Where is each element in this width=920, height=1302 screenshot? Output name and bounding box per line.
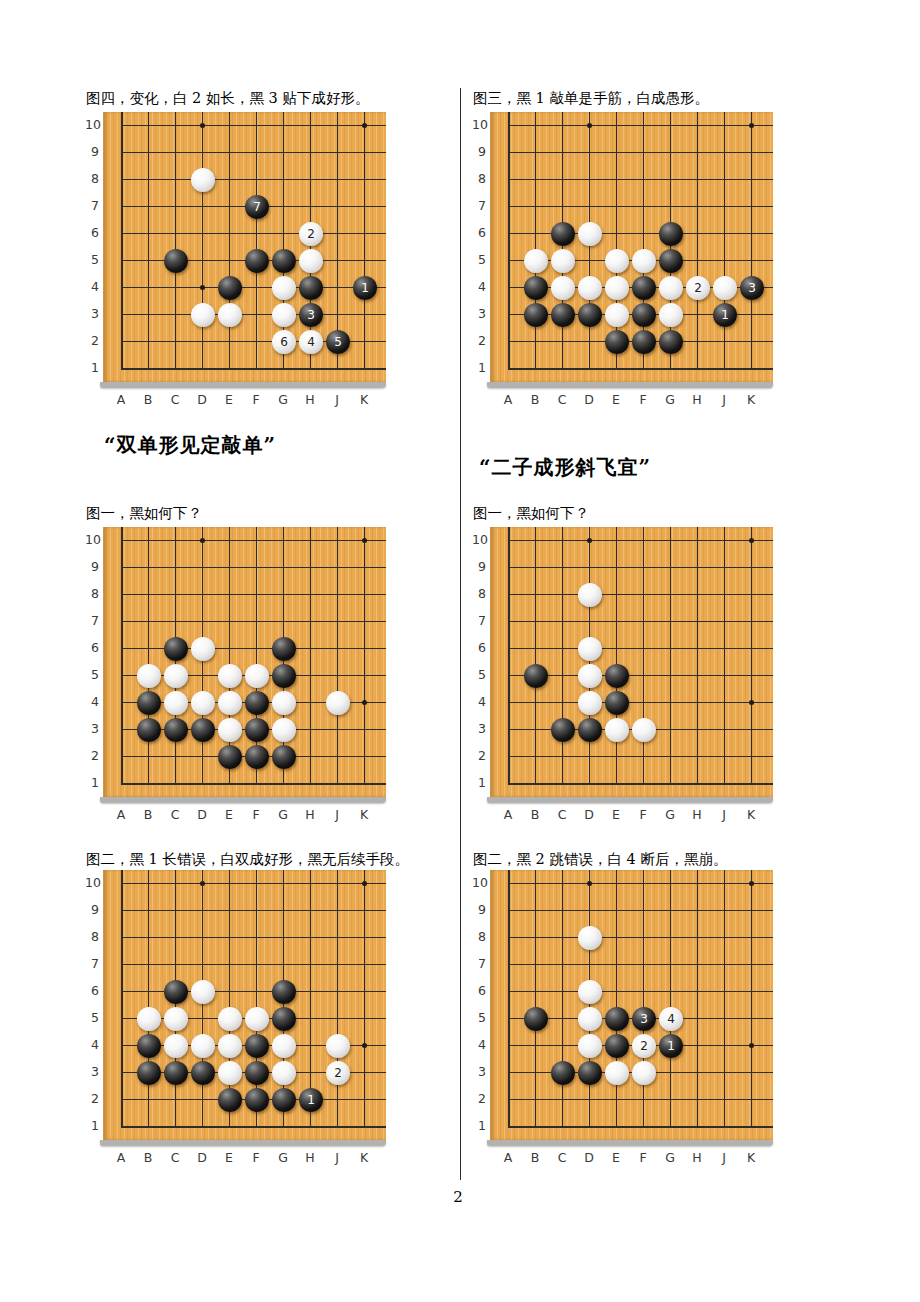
black-stone — [659, 249, 683, 273]
col-label: H — [302, 807, 318, 822]
col-label: D — [194, 807, 210, 822]
col-label: H — [689, 807, 705, 822]
grid-line — [508, 152, 773, 153]
white-stone — [659, 303, 683, 327]
col-label: D — [581, 392, 597, 407]
row-label: 5 — [472, 667, 486, 683]
white-stone — [164, 1034, 188, 1058]
grid-line — [508, 870, 510, 1128]
row-label: 10 — [85, 532, 99, 548]
col-labels: ABCDEFGHJK — [472, 1150, 773, 1168]
row-label: 2 — [85, 1091, 99, 1107]
white-stone — [632, 249, 656, 273]
grid-line — [643, 870, 644, 1128]
col-label: B — [527, 392, 543, 407]
grid-line — [562, 870, 563, 1128]
col-label: J — [329, 392, 345, 407]
white-stone — [713, 276, 737, 300]
white-stone — [578, 980, 602, 1004]
col-label: F — [635, 807, 651, 822]
black-stone — [272, 745, 296, 769]
grid-line — [121, 594, 386, 595]
white-stone — [524, 249, 548, 273]
grid-line — [148, 870, 149, 1128]
figure-caption-top-left: 图四，变化，白 2 如长，黑 3 贴下成好形。 — [86, 89, 369, 108]
white-stone — [578, 1034, 602, 1058]
white-stone — [137, 1007, 161, 1031]
col-label: E — [221, 807, 237, 822]
black-stone — [605, 664, 629, 688]
stone-move-number: 2 — [307, 228, 315, 240]
grid-line — [508, 648, 773, 649]
col-label: E — [608, 1150, 624, 1165]
grid-line — [562, 527, 563, 785]
grid-line — [508, 206, 773, 207]
black-stone — [245, 1061, 269, 1085]
row-label: 1 — [85, 775, 99, 791]
white-stone: 2 — [686, 276, 710, 300]
grid-line — [202, 112, 203, 370]
black-stone — [272, 249, 296, 273]
black-stone — [272, 664, 296, 688]
star-point — [587, 123, 592, 128]
col-label: B — [140, 1150, 156, 1165]
white-stone — [578, 926, 602, 950]
row-label: 4 — [85, 1037, 99, 1053]
col-label: G — [275, 1150, 291, 1165]
star-point — [200, 123, 205, 128]
white-stone — [605, 1061, 629, 1085]
row-label: 8 — [85, 171, 99, 187]
star-point — [749, 700, 754, 705]
star-point — [587, 881, 592, 886]
row-labels: 10987654321 — [472, 527, 486, 797]
go-board-middle-left: 10987654321ABCDEFGHJK — [85, 527, 386, 825]
figure-caption-top-right: 图三，黑 1 敲单是手筋，白成愚形。 — [473, 89, 709, 108]
stone-move-number: 2 — [334, 1067, 342, 1079]
row-label: 2 — [85, 748, 99, 764]
section-header-right: “二子成形斜飞宜” — [479, 454, 651, 481]
stone-move-number: 3 — [307, 309, 315, 321]
black-stone — [137, 1034, 161, 1058]
stone-move-number: 7 — [253, 201, 261, 213]
white-stone: 2 — [299, 222, 323, 246]
black-stone — [605, 1034, 629, 1058]
row-labels: 10987654321 — [85, 870, 99, 1140]
col-label: G — [275, 392, 291, 407]
star-point — [749, 123, 754, 128]
grid-line — [697, 527, 698, 785]
row-label: 6 — [472, 983, 486, 999]
grid-line — [121, 112, 123, 370]
white-stone — [551, 249, 575, 273]
col-label: A — [113, 807, 129, 822]
stone-move-number: 1 — [361, 282, 369, 294]
grid-line — [508, 1126, 773, 1128]
white-stone — [605, 718, 629, 742]
col-label: A — [113, 1150, 129, 1165]
white-stone: 2 — [632, 1034, 656, 1058]
black-stone — [191, 1061, 215, 1085]
black-stone — [137, 1061, 161, 1085]
white-stone — [578, 583, 602, 607]
black-stone — [164, 980, 188, 1004]
black-stone — [632, 303, 656, 327]
black-stone: 3 — [740, 276, 764, 300]
col-label: F — [635, 1150, 651, 1165]
row-label: 4 — [472, 694, 486, 710]
grid-line — [508, 991, 773, 992]
white-stone — [326, 1034, 350, 1058]
row-label: 5 — [85, 1010, 99, 1026]
white-stone — [191, 303, 215, 327]
col-label: G — [662, 1150, 678, 1165]
row-label: 8 — [472, 929, 486, 945]
white-stone — [218, 664, 242, 688]
black-stone — [605, 330, 629, 354]
col-label: C — [554, 807, 570, 822]
grid-line — [508, 910, 773, 911]
star-point — [749, 881, 754, 886]
white-stone — [272, 276, 296, 300]
white-stone — [272, 691, 296, 715]
grid-line — [256, 112, 257, 370]
board-wood: 231 — [490, 112, 773, 382]
grid-line — [121, 910, 386, 911]
col-label: D — [581, 807, 597, 822]
white-stone — [245, 1007, 269, 1031]
stone-move-number: 5 — [334, 336, 342, 348]
row-label: 3 — [472, 1064, 486, 1080]
grid-line — [337, 870, 338, 1128]
col-label: C — [554, 1150, 570, 1165]
stone-move-number: 4 — [667, 1013, 675, 1025]
black-stone — [245, 1034, 269, 1058]
grid-line — [121, 648, 386, 649]
grid-line — [697, 870, 698, 1128]
black-stone: 1 — [299, 1088, 323, 1112]
row-label: 10 — [85, 117, 99, 133]
row-label: 7 — [472, 956, 486, 972]
col-label: E — [608, 392, 624, 407]
figure-caption-middle-left: 图一，黑如何下？ — [86, 504, 202, 523]
black-stone — [272, 980, 296, 1004]
black-stone — [218, 745, 242, 769]
col-label: H — [689, 392, 705, 407]
row-label: 8 — [85, 586, 99, 602]
col-label: J — [716, 392, 732, 407]
row-label: 4 — [85, 279, 99, 295]
star-point — [200, 538, 205, 543]
grid-line — [121, 233, 386, 234]
row-label: 5 — [85, 667, 99, 683]
row-label: 2 — [472, 333, 486, 349]
row-label: 4 — [472, 279, 486, 295]
white-stone — [578, 637, 602, 661]
grid-line — [508, 883, 773, 884]
black-stone — [245, 1088, 269, 1112]
grid-line — [364, 112, 365, 370]
grid-line — [670, 527, 671, 785]
row-label: 7 — [472, 613, 486, 629]
col-label: C — [554, 392, 570, 407]
black-stone — [551, 303, 575, 327]
row-label: 2 — [85, 333, 99, 349]
grid-line — [121, 125, 386, 126]
col-label: D — [194, 1150, 210, 1165]
white-stone — [191, 1034, 215, 1058]
row-label: 1 — [85, 360, 99, 376]
grid-line — [121, 287, 386, 288]
document-page: 图四，变化，白 2 如长，黑 3 贴下成好形。 图三，黑 1 敲单是手筋，白成愚… — [0, 0, 920, 1302]
stone-move-number: 6 — [280, 336, 288, 348]
star-point — [749, 538, 754, 543]
board-wood — [490, 527, 773, 797]
black-stone: 5 — [326, 330, 350, 354]
col-label: C — [167, 1150, 183, 1165]
black-stone — [245, 691, 269, 715]
col-label: F — [248, 807, 264, 822]
white-stone — [218, 718, 242, 742]
go-board-top-left: 109876543212647135ABCDEFGHJK — [85, 112, 386, 410]
col-labels: ABCDEFGHJK — [472, 392, 773, 410]
grid-line — [121, 1126, 386, 1128]
grid-line — [643, 527, 644, 785]
black-stone — [632, 276, 656, 300]
row-label: 5 — [472, 1010, 486, 1026]
grid-line — [121, 870, 123, 1128]
white-stone: 4 — [299, 330, 323, 354]
white-stone — [551, 276, 575, 300]
figure-caption-bottom-right: 图二，黑 2 跳错误，白 4 断后，黑崩。 — [473, 850, 727, 869]
grid-line — [508, 937, 773, 938]
black-stone: 1 — [713, 303, 737, 327]
white-stone — [218, 691, 242, 715]
row-label: 3 — [85, 306, 99, 322]
col-label: C — [167, 807, 183, 822]
black-stone — [137, 691, 161, 715]
row-label: 6 — [85, 225, 99, 241]
black-stone — [191, 718, 215, 742]
stone-move-number: 4 — [307, 336, 315, 348]
grid-line — [751, 527, 752, 785]
grid-line — [337, 527, 338, 785]
white-stone — [164, 664, 188, 688]
col-label: H — [689, 1150, 705, 1165]
black-stone — [551, 1061, 575, 1085]
grid-line — [751, 112, 752, 370]
row-label: 3 — [472, 306, 486, 322]
col-label: D — [194, 392, 210, 407]
row-label: 9 — [85, 144, 99, 160]
page-number: 2 — [448, 1188, 468, 1206]
grid-line — [310, 527, 311, 785]
col-labels: ABCDEFGHJK — [85, 807, 386, 825]
white-stone — [578, 691, 602, 715]
row-label: 4 — [85, 694, 99, 710]
row-label: 8 — [472, 586, 486, 602]
row-label: 4 — [472, 1037, 486, 1053]
white-stone — [137, 664, 161, 688]
white-stone — [326, 691, 350, 715]
stone-move-number: 2 — [640, 1040, 648, 1052]
grid-line — [508, 783, 773, 785]
row-label: 7 — [472, 198, 486, 214]
row-label: 9 — [472, 559, 486, 575]
white-stone — [218, 1007, 242, 1031]
white-stone — [272, 718, 296, 742]
star-point — [749, 1043, 754, 1048]
col-labels: ABCDEFGHJK — [85, 392, 386, 410]
stone-move-number: 1 — [721, 309, 729, 321]
board-wood: 21 — [103, 870, 386, 1140]
figure-caption-bottom-left: 图二，黑 1 长错误，白双成好形，黑无后续手段。 — [86, 850, 409, 869]
col-label: H — [302, 1150, 318, 1165]
black-stone — [218, 276, 242, 300]
black-stone — [272, 1007, 296, 1031]
go-board-top-right: 10987654321231ABCDEFGHJK — [472, 112, 773, 410]
black-stone — [137, 718, 161, 742]
black-stone — [578, 303, 602, 327]
black-stone — [551, 718, 575, 742]
grid-line — [724, 112, 725, 370]
col-label: J — [329, 1150, 345, 1165]
black-stone: 7 — [245, 195, 269, 219]
white-stone — [578, 664, 602, 688]
white-stone — [578, 1007, 602, 1031]
white-stone — [605, 249, 629, 273]
white-stone: 6 — [272, 330, 296, 354]
board-wood: 4231 — [490, 870, 773, 1140]
grid-line — [508, 702, 773, 703]
grid-line — [121, 368, 386, 370]
row-label: 9 — [85, 902, 99, 918]
col-label: J — [716, 807, 732, 822]
grid-line — [616, 527, 617, 785]
go-board-bottom-right: 109876543214231ABCDEFGHJK — [472, 870, 773, 1168]
grid-line — [121, 179, 386, 180]
grid-line — [508, 1099, 773, 1100]
row-labels: 10987654321 — [472, 870, 486, 1140]
grid-line — [121, 937, 386, 938]
col-label: C — [167, 392, 183, 407]
stone-move-number: 3 — [748, 282, 756, 294]
grid-line — [508, 756, 773, 757]
grid-line — [508, 233, 773, 234]
white-stone — [272, 1034, 296, 1058]
black-stone: 1 — [659, 1034, 683, 1058]
col-label: K — [743, 1150, 759, 1165]
row-label: 1 — [472, 360, 486, 376]
white-stone — [218, 1061, 242, 1085]
row-label: 6 — [472, 225, 486, 241]
grid-line — [364, 870, 365, 1128]
black-stone — [164, 249, 188, 273]
grid-line — [121, 567, 386, 568]
col-label: F — [635, 392, 651, 407]
black-stone — [245, 745, 269, 769]
black-stone: 1 — [353, 276, 377, 300]
black-stone — [272, 1088, 296, 1112]
col-labels: ABCDEFGHJK — [85, 1150, 386, 1168]
white-stone — [218, 303, 242, 327]
grid-line — [508, 621, 773, 622]
col-label: E — [221, 1150, 237, 1165]
grid-line — [508, 179, 773, 180]
black-stone — [659, 330, 683, 354]
star-point — [587, 538, 592, 543]
col-label: B — [527, 807, 543, 822]
row-label: 2 — [472, 748, 486, 764]
row-label: 2 — [472, 1091, 486, 1107]
white-stone: 4 — [659, 1007, 683, 1031]
row-label: 10 — [472, 117, 486, 133]
white-stone — [299, 249, 323, 273]
col-label: J — [716, 1150, 732, 1165]
col-label: E — [608, 807, 624, 822]
row-label: 6 — [85, 640, 99, 656]
go-board-bottom-left: 1098765432121ABCDEFGHJK — [85, 870, 386, 1168]
row-label: 9 — [472, 902, 486, 918]
stone-move-number: 1 — [667, 1040, 675, 1052]
white-stone — [191, 168, 215, 192]
row-label: 3 — [85, 721, 99, 737]
white-stone — [191, 637, 215, 661]
grid-line — [148, 527, 149, 785]
col-label: A — [113, 392, 129, 407]
grid-line — [535, 112, 536, 370]
board-wood — [103, 527, 386, 797]
col-label: B — [140, 807, 156, 822]
grid-line — [508, 368, 773, 370]
grid-line — [175, 112, 176, 370]
col-label: F — [248, 392, 264, 407]
col-label: B — [140, 392, 156, 407]
black-stone — [578, 1061, 602, 1085]
grid-line — [121, 991, 386, 992]
black-stone — [245, 249, 269, 273]
go-board-middle-right: 10987654321ABCDEFGHJK — [472, 527, 773, 825]
grid-line — [121, 783, 386, 785]
black-stone — [551, 222, 575, 246]
grid-line — [121, 964, 386, 965]
star-point — [200, 285, 205, 290]
white-stone — [605, 276, 629, 300]
white-stone — [164, 691, 188, 715]
grid-line — [364, 527, 365, 785]
col-label: F — [248, 1150, 264, 1165]
black-stone — [524, 276, 548, 300]
star-point — [362, 538, 367, 543]
black-stone — [299, 276, 323, 300]
black-stone — [164, 1061, 188, 1085]
stone-move-number: 3 — [640, 1013, 648, 1025]
row-label: 9 — [85, 559, 99, 575]
row-label: 7 — [85, 613, 99, 629]
grid-line — [121, 152, 386, 153]
col-label: K — [356, 392, 372, 407]
row-label: 10 — [85, 875, 99, 891]
col-label: H — [302, 392, 318, 407]
row-label: 1 — [472, 775, 486, 791]
row-label: 6 — [472, 640, 486, 656]
grid-line — [508, 112, 510, 370]
black-stone — [659, 222, 683, 246]
grid-line — [508, 567, 773, 568]
grid-line — [121, 314, 386, 315]
white-stone — [605, 303, 629, 327]
row-label: 3 — [472, 721, 486, 737]
